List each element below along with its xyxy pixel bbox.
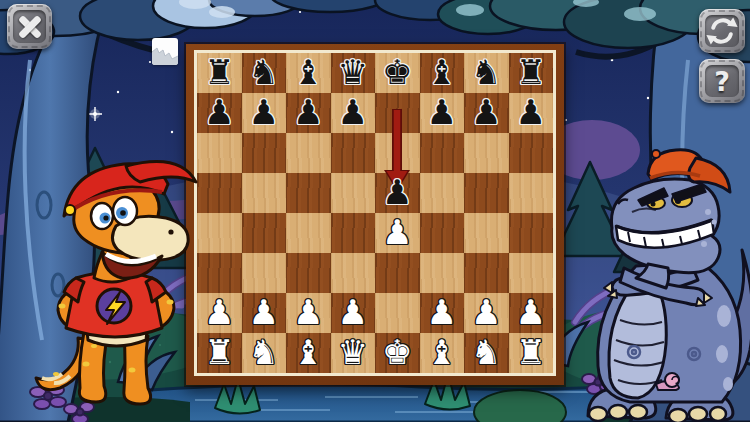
square-d5[interactable] [331, 173, 376, 213]
square-a3[interactable] [197, 253, 242, 293]
piece-white-q-d1[interactable]: ♛ [338, 332, 368, 372]
square-d3[interactable] [331, 253, 376, 293]
square-h6[interactable] [509, 133, 554, 173]
square-c5[interactable] [286, 173, 331, 213]
square-f5[interactable] [420, 173, 465, 213]
square-h4[interactable] [509, 213, 554, 253]
piece-white-p-h2[interactable]: ♟ [516, 292, 546, 332]
piece-white-r-a1[interactable]: ♜ [204, 332, 234, 372]
square-c1[interactable]: ♝ [286, 333, 331, 373]
square-g1[interactable]: ♞ [464, 333, 509, 373]
square-e7[interactable] [375, 93, 420, 133]
piece-white-p-e4[interactable]: ♟ [382, 212, 412, 252]
piece-white-p-c2[interactable]: ♟ [293, 292, 323, 332]
piece-black-r-a8[interactable]: ♜ [204, 52, 234, 92]
square-g4[interactable] [464, 213, 509, 253]
square-e2[interactable] [375, 293, 420, 333]
white-square-tile [152, 38, 178, 65]
x-icon [7, 4, 52, 49]
square-a2[interactable]: ♟ [197, 293, 242, 333]
piece-black-q-d8[interactable]: ♛ [338, 52, 368, 92]
refresh-button[interactable] [699, 9, 745, 53]
piece-white-p-d2[interactable]: ♟ [338, 292, 368, 332]
piece-white-p-f2[interactable]: ♟ [427, 292, 457, 332]
piece-black-n-b8[interactable]: ♞ [249, 52, 279, 92]
square-g6[interactable] [464, 133, 509, 173]
chess-board: ♜♞♝♛♚♝♞♜♟♟♟♟♟♟♟♟♟♟♟♟♟♟♟♟♜♞♝♛♚♝♞♜ [186, 44, 564, 385]
square-b3[interactable] [242, 253, 287, 293]
board-frame-line: ♜♞♝♛♚♝♞♜♟♟♟♟♟♟♟♟♟♟♟♟♟♟♟♟♜♞♝♛♚♝♞♜ [194, 50, 556, 376]
square-d2[interactable]: ♟ [331, 293, 376, 333]
square-d1[interactable]: ♛ [331, 333, 376, 373]
square-f1[interactable]: ♝ [420, 333, 465, 373]
square-g7[interactable]: ♟ [464, 93, 509, 133]
square-h1[interactable]: ♜ [509, 333, 554, 373]
square-e8[interactable]: ♚ [375, 53, 420, 93]
piece-white-p-b2[interactable]: ♟ [249, 292, 279, 332]
square-b7[interactable]: ♟ [242, 93, 287, 133]
piece-white-b-c1[interactable]: ♝ [293, 332, 323, 372]
square-c8[interactable]: ♝ [286, 53, 331, 93]
square-a1[interactable]: ♜ [197, 333, 242, 373]
square-g2[interactable]: ♟ [464, 293, 509, 333]
piece-white-k-e1[interactable]: ♚ [382, 332, 412, 372]
piece-black-p-g7[interactable]: ♟ [471, 92, 501, 132]
square-e5[interactable]: ♟ [375, 173, 420, 213]
close-button[interactable] [7, 4, 52, 49]
piece-black-b-f8[interactable]: ♝ [427, 52, 457, 92]
piece-black-p-c7[interactable]: ♟ [293, 92, 323, 132]
piece-white-r-h1[interactable]: ♜ [516, 332, 546, 372]
square-c3[interactable] [286, 253, 331, 293]
square-d6[interactable] [331, 133, 376, 173]
square-c2[interactable]: ♟ [286, 293, 331, 333]
square-b2[interactable]: ♟ [242, 293, 287, 333]
square-a4[interactable] [197, 213, 242, 253]
square-c6[interactable] [286, 133, 331, 173]
square-g5[interactable] [464, 173, 509, 213]
square-b1[interactable]: ♞ [242, 333, 287, 373]
square-b8[interactable]: ♞ [242, 53, 287, 93]
piece-black-b-c8[interactable]: ♝ [293, 52, 323, 92]
piece-black-r-h8[interactable]: ♜ [516, 52, 546, 92]
piece-white-n-b1[interactable]: ♞ [249, 332, 279, 372]
square-d4[interactable] [331, 213, 376, 253]
square-f6[interactable] [420, 133, 465, 173]
square-c4[interactable] [286, 213, 331, 253]
square-e3[interactable] [375, 253, 420, 293]
square-d7[interactable]: ♟ [331, 93, 376, 133]
hero-dinosaur [28, 150, 203, 422]
square-e4[interactable]: ♟ [375, 213, 420, 253]
square-h8[interactable]: ♜ [509, 53, 554, 93]
square-b6[interactable] [242, 133, 287, 173]
opponent-trex [572, 140, 750, 422]
square-g8[interactable]: ♞ [464, 53, 509, 93]
piece-white-n-g1[interactable]: ♞ [471, 332, 501, 372]
square-b5[interactable] [242, 173, 287, 213]
square-c7[interactable]: ♟ [286, 93, 331, 133]
square-h7[interactable]: ♟ [509, 93, 554, 133]
square-e6[interactable] [375, 133, 420, 173]
question-mark: ? [714, 66, 730, 97]
square-a6[interactable] [197, 133, 242, 173]
square-h5[interactable] [509, 173, 554, 213]
game-stage: ♜♞♝♛♚♝♞♜♟♟♟♟♟♟♟♟♟♟♟♟♟♟♟♟♜♞♝♛♚♝♞♜ [0, 0, 750, 422]
square-f2[interactable]: ♟ [420, 293, 465, 333]
square-h3[interactable] [509, 253, 554, 293]
piece-black-p-b7[interactable]: ♟ [249, 92, 279, 132]
piece-black-p-f7[interactable]: ♟ [427, 92, 457, 132]
piece-white-p-a2[interactable]: ♟ [204, 292, 234, 332]
square-a7[interactable]: ♟ [197, 93, 242, 133]
piece-black-p-a7[interactable]: ♟ [204, 92, 234, 132]
square-f3[interactable] [420, 253, 465, 293]
square-h2[interactable]: ♟ [509, 293, 554, 333]
help-button[interactable]: ? [699, 59, 745, 103]
piece-black-n-g8[interactable]: ♞ [471, 52, 501, 92]
piece-black-p-d7[interactable]: ♟ [338, 92, 368, 132]
square-g3[interactable] [464, 253, 509, 293]
refresh-icon [699, 9, 745, 53]
square-d8[interactable]: ♛ [331, 53, 376, 93]
square-f7[interactable]: ♟ [420, 93, 465, 133]
board-grid: ♜♞♝♛♚♝♞♜♟♟♟♟♟♟♟♟♟♟♟♟♟♟♟♟♜♞♝♛♚♝♞♜ [197, 53, 553, 373]
square-f8[interactable]: ♝ [420, 53, 465, 93]
square-b4[interactable] [242, 213, 287, 253]
piece-black-p-e5[interactable]: ♟ [382, 172, 412, 212]
piece-white-b-f1[interactable]: ♝ [427, 332, 457, 372]
piece-black-p-h7[interactable]: ♟ [516, 92, 546, 132]
square-a5[interactable] [197, 173, 242, 213]
piece-black-k-e8[interactable]: ♚ [382, 52, 412, 92]
piece-white-p-g2[interactable]: ♟ [471, 292, 501, 332]
question-icon: ? [699, 59, 745, 103]
square-f4[interactable] [420, 213, 465, 253]
square-a8[interactable]: ♜ [197, 53, 242, 93]
square-e1[interactable]: ♚ [375, 333, 420, 373]
